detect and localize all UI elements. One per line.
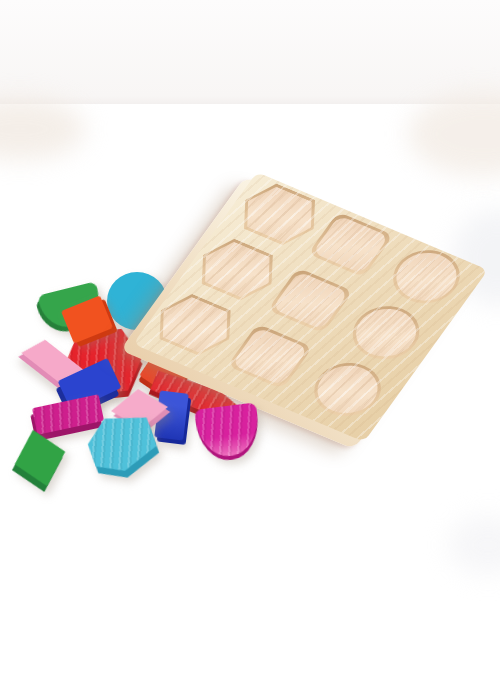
slot-squircle-r2c2[interactable] (267, 268, 353, 334)
slot-floor (272, 271, 349, 329)
piece-magenta-half-circle[interactable] (194, 402, 262, 459)
slot-squircle-r3c2[interactable] (227, 324, 313, 390)
piece-teal-pentagon-gem[interactable] (85, 414, 158, 475)
slot-circle-r2c3[interactable] (340, 297, 431, 368)
backdrop-smudge (448, 515, 500, 575)
slot-hexagon-r1c1[interactable] (229, 177, 330, 251)
slot-floor (312, 215, 389, 273)
backdrop-seam (0, 0, 500, 104)
scene (0, 0, 500, 700)
slot-floor (345, 301, 427, 365)
backdrop-smudge (0, 98, 85, 160)
piece-top-face (194, 402, 262, 459)
slot-floor (306, 357, 388, 421)
piece-top-face (85, 414, 158, 475)
slot-squircle-r1c2[interactable] (308, 212, 394, 278)
slot-circle-r3c3[interactable] (302, 354, 393, 425)
slot-floor (232, 327, 309, 385)
backdrop-smudge (408, 92, 500, 176)
